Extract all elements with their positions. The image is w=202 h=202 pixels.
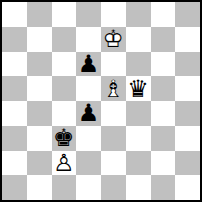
square-c4[interactable] — [52, 101, 77, 126]
square-a8[interactable] — [2, 2, 27, 27]
square-b4[interactable] — [27, 101, 52, 126]
square-a1[interactable] — [2, 175, 27, 200]
square-h8[interactable] — [175, 2, 200, 27]
piece-black-queen[interactable]: ♛ — [127, 77, 149, 101]
square-e8[interactable] — [101, 2, 126, 27]
square-g7[interactable] — [151, 27, 176, 52]
square-b3[interactable] — [27, 126, 52, 151]
square-d5[interactable] — [76, 76, 101, 101]
square-b2[interactable] — [27, 151, 52, 176]
square-f8[interactable] — [126, 2, 151, 27]
square-h3[interactable] — [175, 126, 200, 151]
black-pawn-glyph: ♟ — [78, 50, 100, 78]
square-b7[interactable] — [27, 27, 52, 52]
square-e3[interactable] — [101, 126, 126, 151]
square-f7[interactable] — [126, 27, 151, 52]
square-b6[interactable] — [27, 52, 52, 77]
square-b8[interactable] — [27, 2, 52, 27]
piece-black-king[interactable]: ♚ — [53, 126, 75, 150]
square-e4[interactable] — [101, 101, 126, 126]
chess-board: ♚♔♟♝♗♛♟♚♟♙ — [0, 0, 202, 202]
square-c3[interactable]: ♚ — [52, 126, 77, 151]
square-c1[interactable] — [52, 175, 77, 200]
square-d8[interactable] — [76, 2, 101, 27]
square-c5[interactable] — [52, 76, 77, 101]
square-h2[interactable] — [175, 151, 200, 176]
square-a2[interactable] — [2, 151, 27, 176]
black-queen-glyph: ♛ — [127, 75, 149, 103]
piece-white-king[interactable]: ♚♔ — [103, 27, 125, 51]
black-king-glyph: ♚ — [53, 124, 75, 152]
square-f5[interactable]: ♛ — [126, 76, 151, 101]
square-e5[interactable]: ♝♗ — [101, 76, 126, 101]
square-a7[interactable] — [2, 27, 27, 52]
piece-white-pawn[interactable]: ♟♙ — [53, 151, 75, 175]
square-b1[interactable] — [27, 175, 52, 200]
square-e1[interactable] — [101, 175, 126, 200]
square-f3[interactable] — [126, 126, 151, 151]
square-g5[interactable] — [151, 76, 176, 101]
square-d7[interactable] — [76, 27, 101, 52]
square-a6[interactable] — [2, 52, 27, 77]
chess-diagram: ♚♔♟♝♗♛♟♚♟♙ — [0, 0, 202, 202]
square-g1[interactable] — [151, 175, 176, 200]
square-e2[interactable] — [101, 151, 126, 176]
square-h4[interactable] — [175, 101, 200, 126]
square-f4[interactable] — [126, 101, 151, 126]
square-d3[interactable] — [76, 126, 101, 151]
piece-white-bishop[interactable]: ♝♗ — [103, 77, 125, 101]
square-b5[interactable] — [27, 76, 52, 101]
square-h7[interactable] — [175, 27, 200, 52]
square-g2[interactable] — [151, 151, 176, 176]
square-a5[interactable] — [2, 76, 27, 101]
square-f6[interactable] — [126, 52, 151, 77]
square-c8[interactable] — [52, 2, 77, 27]
square-d4[interactable]: ♟ — [76, 101, 101, 126]
square-e6[interactable] — [101, 52, 126, 77]
square-d2[interactable] — [76, 151, 101, 176]
square-c2[interactable]: ♟♙ — [52, 151, 77, 176]
square-g8[interactable] — [151, 2, 176, 27]
square-e7[interactable]: ♚♔ — [101, 27, 126, 52]
square-a4[interactable] — [2, 101, 27, 126]
square-h6[interactable] — [175, 52, 200, 77]
black-pawn-glyph: ♟ — [78, 99, 100, 127]
square-h1[interactable] — [175, 175, 200, 200]
piece-black-pawn[interactable]: ♟ — [78, 52, 100, 76]
piece-black-pawn[interactable]: ♟ — [78, 101, 100, 125]
white-bishop-glyph: ♗ — [103, 75, 125, 103]
square-d1[interactable] — [76, 175, 101, 200]
square-g4[interactable] — [151, 101, 176, 126]
square-c6[interactable] — [52, 52, 77, 77]
square-d6[interactable]: ♟ — [76, 52, 101, 77]
square-a3[interactable] — [2, 126, 27, 151]
square-g6[interactable] — [151, 52, 176, 77]
square-g3[interactable] — [151, 126, 176, 151]
white-pawn-glyph: ♙ — [53, 149, 75, 177]
square-f1[interactable] — [126, 175, 151, 200]
square-f2[interactable] — [126, 151, 151, 176]
square-h5[interactable] — [175, 76, 200, 101]
square-c7[interactable] — [52, 27, 77, 52]
white-king-glyph: ♔ — [103, 25, 125, 53]
